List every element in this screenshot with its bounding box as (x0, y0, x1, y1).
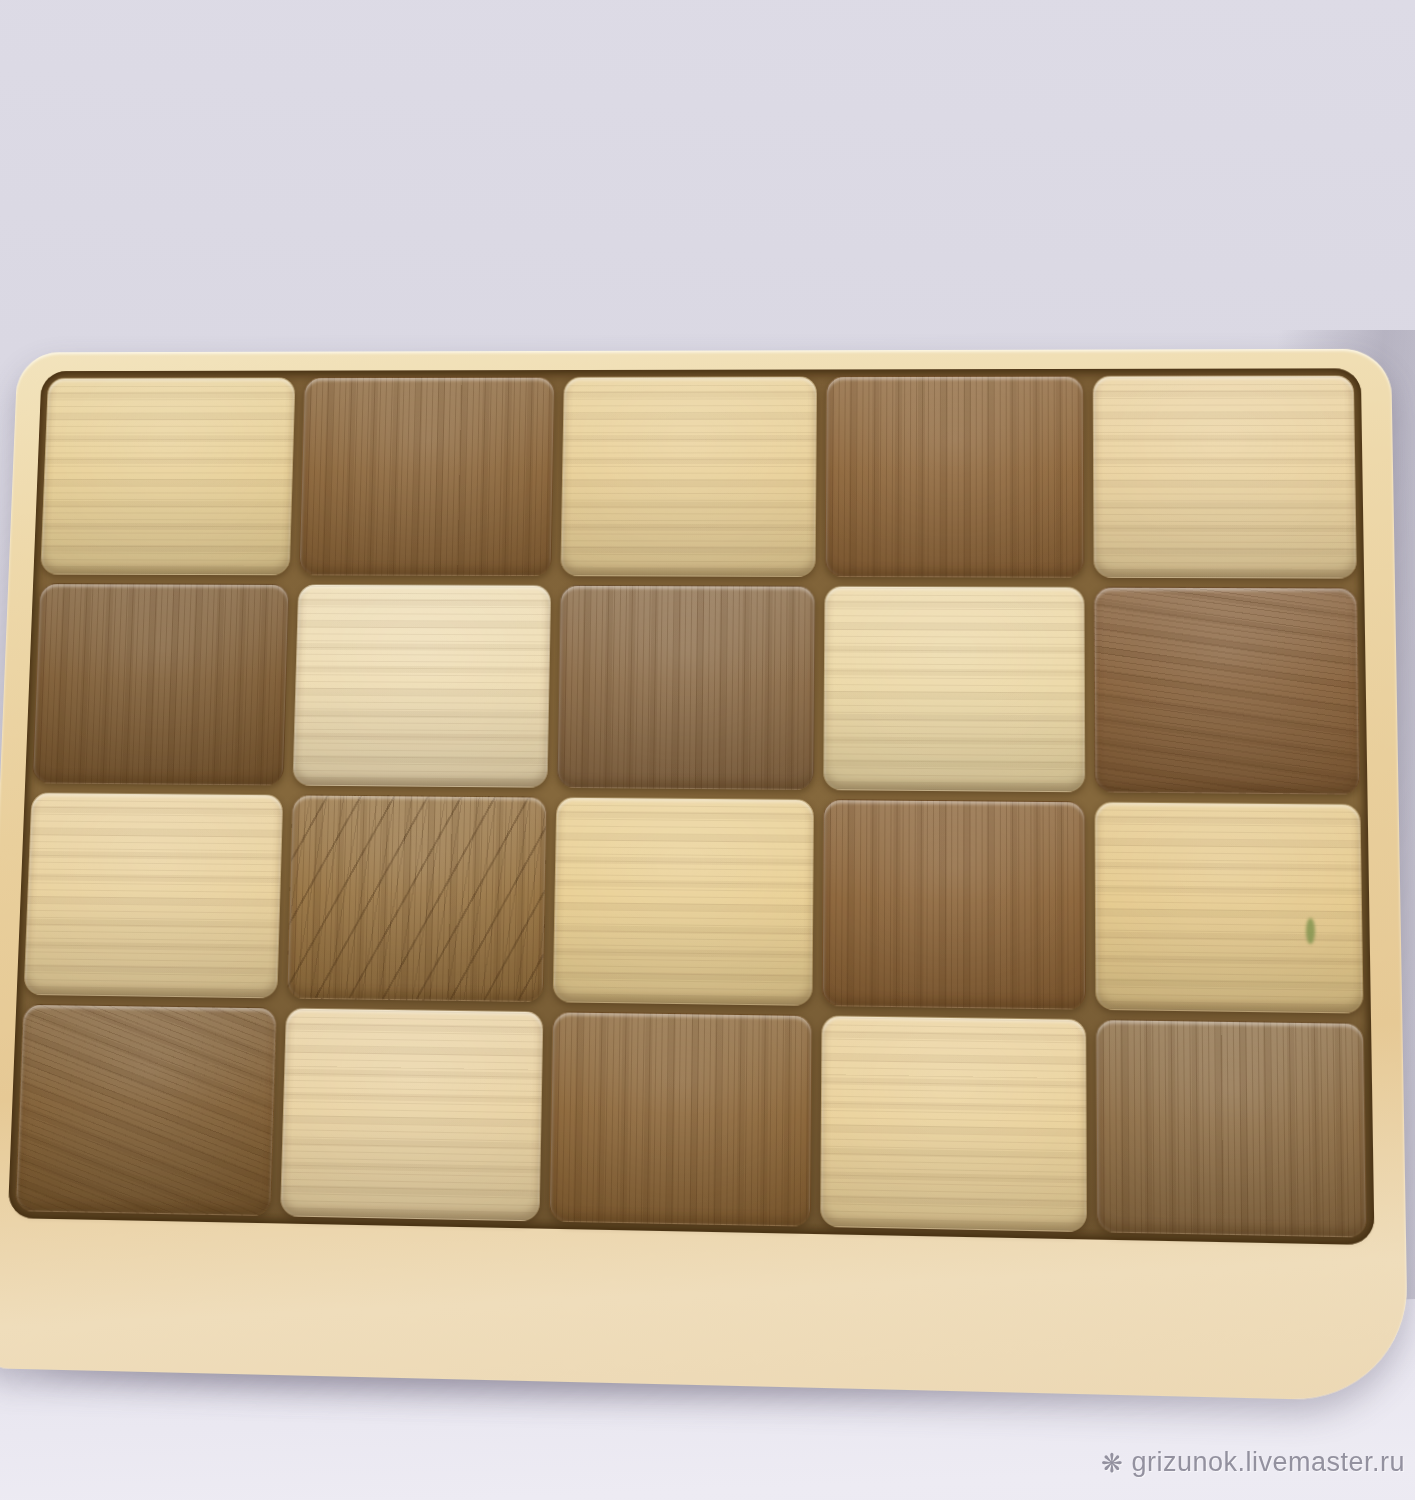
block-r3c5-light[interactable] (1095, 801, 1364, 1014)
block-r1c5-light[interactable] (1093, 375, 1357, 578)
block-r4c1-dark[interactable] (15, 1004, 277, 1216)
block-r1c4-dark[interactable] (825, 376, 1085, 578)
block-r3c1-light[interactable] (23, 792, 283, 999)
snowflake-icon: ❋ (1101, 1450, 1123, 1476)
block-r4c4-light[interactable] (821, 1015, 1088, 1232)
wooden-tray (0, 349, 1409, 1402)
watermark: ❋ grizunok.livemaster.ru (1101, 1447, 1405, 1478)
block-r2c1-dark[interactable] (32, 583, 289, 785)
photo-scene: ❋ grizunok.livemaster.ru (0, 0, 1415, 1500)
block-r1c2-dark[interactable] (298, 377, 554, 576)
block-r2c5-dark[interactable] (1094, 586, 1360, 794)
tray-cavity (8, 368, 1375, 1245)
block-r3c2-dark[interactable] (286, 794, 547, 1002)
block-r3c4-dark[interactable] (822, 799, 1086, 1010)
block-r4c3-dark[interactable] (548, 1012, 813, 1227)
block-r4c2-light[interactable] (280, 1008, 543, 1222)
block-r2c4-light[interactable] (824, 586, 1086, 792)
block-r1c1-light[interactable] (40, 377, 295, 575)
block-r1c3-light[interactable] (560, 376, 818, 576)
board (15, 375, 1367, 1237)
block-r2c3-dark[interactable] (556, 585, 816, 790)
block-r3c3-light[interactable] (552, 796, 814, 1006)
paint-fleck (1306, 918, 1315, 944)
block-r4c5-dark[interactable] (1096, 1019, 1367, 1237)
watermark-text: grizunok.livemaster.ru (1131, 1447, 1405, 1478)
block-r2c2-light[interactable] (292, 584, 551, 787)
